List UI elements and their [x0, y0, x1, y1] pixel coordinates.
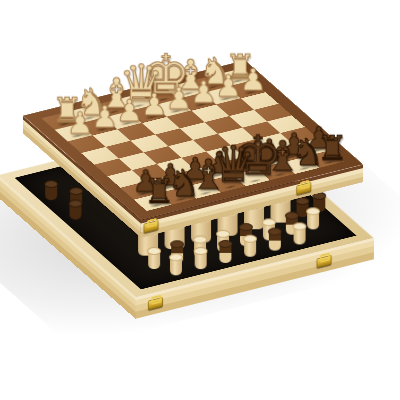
white-pawn: ♟ [215, 71, 242, 101]
white-pawn: ♟ [91, 102, 118, 132]
stored-piece-cylinder [269, 232, 281, 251]
stored-piece-cylinder [219, 244, 231, 263]
white-pawn: ♟ [240, 65, 267, 95]
brass-latch [297, 182, 312, 195]
black-rook: ♜ [144, 174, 174, 208]
white-pawn: ♟ [190, 78, 217, 108]
stored-piece-cylinder [195, 251, 207, 269]
stored-piece-cylinder [307, 211, 319, 229]
stored-piece-cylinder [148, 251, 160, 269]
brass-latch [147, 297, 162, 310]
white-pawn: ♟ [67, 108, 94, 138]
brass-latch [143, 220, 158, 233]
white-pawn: ♟ [166, 84, 193, 114]
stored-piece-cylinder [69, 204, 81, 220]
white-pawn: ♟ [141, 90, 168, 120]
stored-piece-cylinder [244, 239, 256, 257]
white-pawn: ♟ [116, 96, 143, 126]
stored-piece-cylinder [45, 184, 57, 200]
stored-piece-cylinder [170, 257, 182, 275]
brass-latch [317, 255, 332, 268]
product-photo-scene: ♜♞♝♛♚♝♞♜♟♟♟♟♟♟♟♟♟♟♟♟♟♟♟♟♜♞♝♛♚♝♞♜ [0, 0, 400, 400]
stored-piece-cylinder [294, 226, 306, 244]
